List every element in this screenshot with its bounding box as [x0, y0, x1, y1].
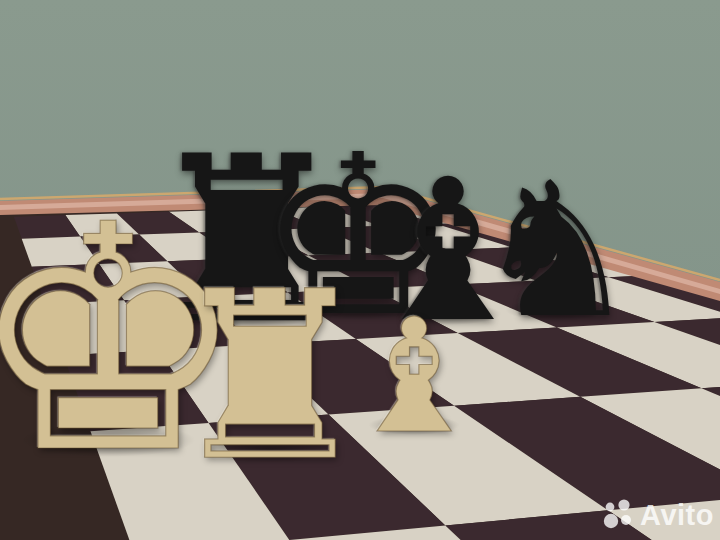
white-bishop: ♝: [343, 297, 485, 455]
listing-photo: ♜ ♚ ♝ ♞ ♚ ♜ ♝ Avito: [0, 0, 720, 540]
black-knight: ♞: [473, 158, 640, 344]
